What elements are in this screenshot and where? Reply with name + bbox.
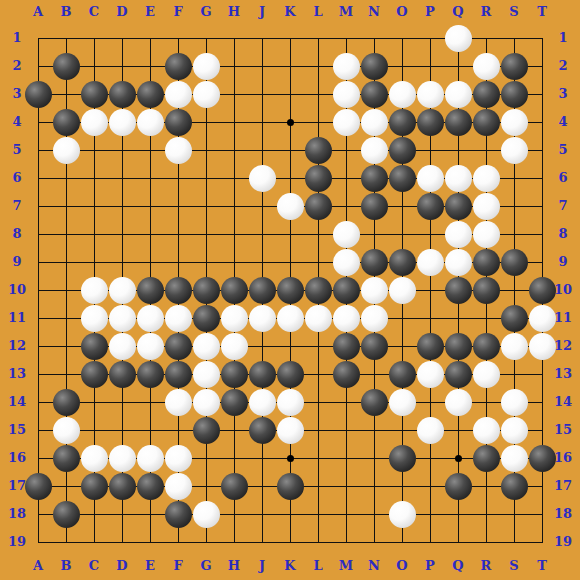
stone-black-D13: ● — [109, 361, 136, 388]
column-label-top: T — [528, 5, 556, 19]
row-label-left: 12 — [2, 339, 32, 353]
row-label-right: 7 — [548, 199, 578, 213]
stone-white-J11: ○ — [249, 305, 276, 332]
row-label-left: 7 — [2, 199, 32, 213]
column-label-top: L — [304, 5, 332, 19]
column-label-top: J — [248, 5, 276, 19]
stone-black-E10: ● — [137, 277, 164, 304]
row-label-right: 1 — [548, 31, 578, 45]
row-label-right: 5 — [548, 143, 578, 157]
stone-white-D11: ○ — [109, 305, 136, 332]
stone-black-F10: ● — [165, 277, 192, 304]
star-point — [455, 455, 462, 462]
stone-white-D12: ○ — [109, 333, 136, 360]
column-label-top: O — [388, 5, 416, 19]
stone-black-Q13: ● — [445, 361, 472, 388]
stone-black-G15: ● — [193, 417, 220, 444]
stone-black-E17: ● — [137, 473, 164, 500]
stone-white-O3: ○ — [389, 81, 416, 108]
stone-black-S11: ● — [501, 305, 528, 332]
stone-white-G12: ○ — [193, 333, 220, 360]
stone-black-P4: ● — [417, 109, 444, 136]
stone-black-E13: ● — [137, 361, 164, 388]
stone-black-Q7: ● — [445, 193, 472, 220]
column-label-bottom: G — [192, 559, 220, 573]
column-label-top: A — [24, 5, 52, 19]
stone-black-B18: ● — [53, 501, 80, 528]
stone-white-Q6: ○ — [445, 165, 472, 192]
stone-white-E12: ○ — [137, 333, 164, 360]
column-label-bottom: H — [220, 559, 248, 573]
stone-white-K15: ○ — [277, 417, 304, 444]
stone-white-R8: ○ — [473, 221, 500, 248]
stone-black-K13: ● — [277, 361, 304, 388]
stone-black-O16: ● — [389, 445, 416, 472]
stone-white-Q3: ○ — [445, 81, 472, 108]
stone-black-Q10: ● — [445, 277, 472, 304]
stone-black-J10: ● — [249, 277, 276, 304]
column-label-top: H — [220, 5, 248, 19]
row-label-right: 6 — [548, 171, 578, 185]
row-label-left: 5 — [2, 143, 32, 157]
grid-line-horizontal — [38, 514, 543, 515]
stone-black-A17: ● — [25, 473, 52, 500]
stone-black-S9: ● — [501, 249, 528, 276]
column-label-bottom: P — [416, 559, 444, 573]
stone-black-M12: ● — [333, 333, 360, 360]
stone-white-M8: ○ — [333, 221, 360, 248]
stone-white-G13: ○ — [193, 361, 220, 388]
stone-black-O6: ● — [389, 165, 416, 192]
row-label-left: 8 — [2, 227, 32, 241]
row-label-right: 8 — [548, 227, 578, 241]
stone-white-H11: ○ — [221, 305, 248, 332]
stone-white-S12: ○ — [501, 333, 528, 360]
stone-white-F11: ○ — [165, 305, 192, 332]
stone-black-T16: ● — [529, 445, 556, 472]
stone-black-R3: ● — [473, 81, 500, 108]
stone-black-J13: ● — [249, 361, 276, 388]
row-label-right: 17 — [548, 479, 578, 493]
stone-black-M10: ● — [333, 277, 360, 304]
stone-white-M9: ○ — [333, 249, 360, 276]
row-label-left: 2 — [2, 59, 32, 73]
stone-white-C4: ○ — [81, 109, 108, 136]
column-label-bottom: F — [164, 559, 192, 573]
column-label-top: E — [136, 5, 164, 19]
stone-white-K7: ○ — [277, 193, 304, 220]
row-label-left: 11 — [2, 311, 32, 325]
stone-white-Q1: ○ — [445, 25, 472, 52]
stone-white-J6: ○ — [249, 165, 276, 192]
stone-black-B16: ● — [53, 445, 80, 472]
stone-white-S14: ○ — [501, 389, 528, 416]
stone-black-F18: ● — [165, 501, 192, 528]
stone-black-G10: ● — [193, 277, 220, 304]
stone-black-Q17: ● — [445, 473, 472, 500]
column-label-bottom: A — [24, 559, 52, 573]
column-label-bottom: S — [500, 559, 528, 573]
stone-black-N6: ● — [361, 165, 388, 192]
row-label-left: 18 — [2, 507, 32, 521]
stone-black-N3: ● — [361, 81, 388, 108]
stone-white-N4: ○ — [361, 109, 388, 136]
stone-black-L5: ● — [305, 137, 332, 164]
column-label-bottom: C — [80, 559, 108, 573]
stone-white-K14: ○ — [277, 389, 304, 416]
stone-white-S15: ○ — [501, 417, 528, 444]
stone-white-C16: ○ — [81, 445, 108, 472]
stone-black-N14: ● — [361, 389, 388, 416]
column-label-bottom: T — [528, 559, 556, 573]
stone-white-F16: ○ — [165, 445, 192, 472]
stone-white-F17: ○ — [165, 473, 192, 500]
row-label-left: 9 — [2, 255, 32, 269]
stone-white-K11: ○ — [277, 305, 304, 332]
grid-line-horizontal — [38, 542, 543, 543]
column-label-top: N — [360, 5, 388, 19]
stone-black-C12: ● — [81, 333, 108, 360]
stone-black-L10: ● — [305, 277, 332, 304]
stone-white-G3: ○ — [193, 81, 220, 108]
row-label-left: 6 — [2, 171, 32, 185]
stone-black-R16: ● — [473, 445, 500, 472]
stone-black-N7: ● — [361, 193, 388, 220]
row-label-right: 9 — [548, 255, 578, 269]
stone-black-K10: ● — [277, 277, 304, 304]
stone-black-S2: ● — [501, 53, 528, 80]
column-label-top: Q — [444, 5, 472, 19]
stone-black-B14: ● — [53, 389, 80, 416]
stone-black-A3: ● — [25, 81, 52, 108]
column-label-bottom: K — [276, 559, 304, 573]
row-label-right: 14 — [548, 395, 578, 409]
stone-white-P15: ○ — [417, 417, 444, 444]
stone-black-O5: ● — [389, 137, 416, 164]
row-label-left: 4 — [2, 115, 32, 129]
row-label-left: 10 — [2, 283, 32, 297]
column-label-bottom: R — [472, 559, 500, 573]
stone-white-F5: ○ — [165, 137, 192, 164]
column-label-top: S — [500, 5, 528, 19]
stone-black-B2: ● — [53, 53, 80, 80]
stone-white-F14: ○ — [165, 389, 192, 416]
stone-black-G11: ● — [193, 305, 220, 332]
row-label-left: 14 — [2, 395, 32, 409]
stone-white-R2: ○ — [473, 53, 500, 80]
stone-black-R4: ● — [473, 109, 500, 136]
stone-black-F12: ● — [165, 333, 192, 360]
row-label-right: 18 — [548, 507, 578, 521]
stone-white-M4: ○ — [333, 109, 360, 136]
stone-black-B4: ● — [53, 109, 80, 136]
stone-white-T12: ○ — [529, 333, 556, 360]
stone-black-R9: ● — [473, 249, 500, 276]
stone-white-M2: ○ — [333, 53, 360, 80]
column-label-top: G — [192, 5, 220, 19]
row-label-right: 15 — [548, 423, 578, 437]
stone-white-N5: ○ — [361, 137, 388, 164]
stone-black-Q12: ● — [445, 333, 472, 360]
stone-black-S17: ● — [501, 473, 528, 500]
stone-white-P3: ○ — [417, 81, 444, 108]
stone-white-M3: ○ — [333, 81, 360, 108]
column-label-top: R — [472, 5, 500, 19]
stone-white-D4: ○ — [109, 109, 136, 136]
stone-black-F13: ● — [165, 361, 192, 388]
column-label-top: M — [332, 5, 360, 19]
column-label-bottom: B — [52, 559, 80, 573]
stone-white-S4: ○ — [501, 109, 528, 136]
stone-black-O9: ● — [389, 249, 416, 276]
column-label-bottom: L — [304, 559, 332, 573]
column-label-top: F — [164, 5, 192, 19]
stone-black-H13: ● — [221, 361, 248, 388]
stone-white-C11: ○ — [81, 305, 108, 332]
stone-white-Q8: ○ — [445, 221, 472, 248]
stone-black-R12: ● — [473, 333, 500, 360]
stone-white-J14: ○ — [249, 389, 276, 416]
stone-black-H14: ● — [221, 389, 248, 416]
stone-black-H10: ● — [221, 277, 248, 304]
stone-white-P9: ○ — [417, 249, 444, 276]
stone-black-T10: ● — [529, 277, 556, 304]
column-label-bottom: E — [136, 559, 164, 573]
stone-white-O18: ○ — [389, 501, 416, 528]
row-label-right: 19 — [548, 535, 578, 549]
stone-black-P7: ● — [417, 193, 444, 220]
column-label-bottom: D — [108, 559, 136, 573]
stone-white-D16: ○ — [109, 445, 136, 472]
stone-white-C10: ○ — [81, 277, 108, 304]
stone-black-Q4: ● — [445, 109, 472, 136]
stone-white-G18: ○ — [193, 501, 220, 528]
stone-white-E4: ○ — [137, 109, 164, 136]
stone-black-L7: ● — [305, 193, 332, 220]
stone-black-D3: ● — [109, 81, 136, 108]
column-label-top: K — [276, 5, 304, 19]
stone-black-J15: ● — [249, 417, 276, 444]
column-label-bottom: O — [388, 559, 416, 573]
stone-white-G14: ○ — [193, 389, 220, 416]
stone-black-M13: ● — [333, 361, 360, 388]
stone-black-D17: ● — [109, 473, 136, 500]
stone-white-R13: ○ — [473, 361, 500, 388]
column-label-bottom: J — [248, 559, 276, 573]
column-label-top: B — [52, 5, 80, 19]
stone-black-C3: ● — [81, 81, 108, 108]
column-label-bottom: Q — [444, 559, 472, 573]
row-label-right: 2 — [548, 59, 578, 73]
stone-black-K17: ● — [277, 473, 304, 500]
stone-white-E11: ○ — [137, 305, 164, 332]
stone-black-H17: ● — [221, 473, 248, 500]
stone-black-S3: ● — [501, 81, 528, 108]
row-label-left: 19 — [2, 535, 32, 549]
column-label-top: D — [108, 5, 136, 19]
stone-white-R6: ○ — [473, 165, 500, 192]
stone-white-S5: ○ — [501, 137, 528, 164]
column-label-top: C — [80, 5, 108, 19]
row-label-right: 4 — [548, 115, 578, 129]
stone-white-B5: ○ — [53, 137, 80, 164]
stone-black-R10: ● — [473, 277, 500, 304]
stone-white-E16: ○ — [137, 445, 164, 472]
stone-black-E3: ● — [137, 81, 164, 108]
stone-white-Q14: ○ — [445, 389, 472, 416]
stone-white-O10: ○ — [389, 277, 416, 304]
star-point — [287, 455, 294, 462]
stone-white-N10: ○ — [361, 277, 388, 304]
stone-black-L6: ● — [305, 165, 332, 192]
row-label-left: 1 — [2, 31, 32, 45]
row-label-left: 13 — [2, 367, 32, 381]
stone-white-S16: ○ — [501, 445, 528, 472]
stone-white-R15: ○ — [473, 417, 500, 444]
stone-black-F2: ● — [165, 53, 192, 80]
stone-black-C13: ● — [81, 361, 108, 388]
stone-white-P13: ○ — [417, 361, 444, 388]
row-label-right: 3 — [548, 87, 578, 101]
column-label-bottom: N — [360, 559, 388, 573]
stone-white-T11: ○ — [529, 305, 556, 332]
stone-white-D10: ○ — [109, 277, 136, 304]
column-label-top: P — [416, 5, 444, 19]
stone-white-N11: ○ — [361, 305, 388, 332]
row-label-left: 15 — [2, 423, 32, 437]
stone-white-L11: ○ — [305, 305, 332, 332]
stone-white-Q9: ○ — [445, 249, 472, 276]
stone-black-F4: ● — [165, 109, 192, 136]
stone-white-B15: ○ — [53, 417, 80, 444]
stone-black-P12: ● — [417, 333, 444, 360]
stone-white-M11: ○ — [333, 305, 360, 332]
go-board[interactable]: AA11BB22CC33DD44EE55FF66GG77HH88JJ99KK10… — [0, 0, 580, 580]
stone-black-O4: ● — [389, 109, 416, 136]
stone-black-N9: ● — [361, 249, 388, 276]
star-point — [287, 119, 294, 126]
stone-black-N12: ● — [361, 333, 388, 360]
row-label-left: 16 — [2, 451, 32, 465]
stone-black-C17: ● — [81, 473, 108, 500]
stone-white-P6: ○ — [417, 165, 444, 192]
stone-white-H12: ○ — [221, 333, 248, 360]
column-label-bottom: M — [332, 559, 360, 573]
row-label-right: 13 — [548, 367, 578, 381]
stone-white-O14: ○ — [389, 389, 416, 416]
stone-white-R7: ○ — [473, 193, 500, 220]
stone-white-G2: ○ — [193, 53, 220, 80]
stone-black-O13: ● — [389, 361, 416, 388]
stone-white-F3: ○ — [165, 81, 192, 108]
stone-black-N2: ● — [361, 53, 388, 80]
